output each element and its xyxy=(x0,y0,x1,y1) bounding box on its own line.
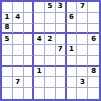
cell-r2c9[interactable] xyxy=(88,13,99,24)
given-digit: 1 xyxy=(37,68,42,75)
sudoku-board: 53714685426711873 xyxy=(0,0,101,101)
given-digit: 1 xyxy=(69,46,74,53)
cell-r3c6[interactable] xyxy=(56,24,67,35)
given-digit: 1 xyxy=(4,14,9,21)
cell-r9c9[interactable] xyxy=(88,88,99,99)
cell-r9c7[interactable] xyxy=(67,88,78,99)
given-digit: 7 xyxy=(80,3,85,10)
cell-r8c8[interactable]: 3 xyxy=(77,77,88,88)
given-digit: 7 xyxy=(15,79,20,86)
cell-r7c7[interactable] xyxy=(67,67,78,78)
given-digit: 4 xyxy=(37,36,42,43)
cell-r1c5[interactable]: 5 xyxy=(45,2,56,13)
cell-r8c7[interactable] xyxy=(67,77,78,88)
cell-r1c9[interactable] xyxy=(88,2,99,13)
cell-r2c5[interactable] xyxy=(45,13,56,24)
cell-r4c5[interactable]: 2 xyxy=(45,34,56,45)
given-digit: 2 xyxy=(48,36,53,43)
cell-r4c1[interactable]: 5 xyxy=(2,34,13,45)
cell-r9c5[interactable] xyxy=(45,88,56,99)
cell-r1c4[interactable] xyxy=(34,2,45,13)
cell-r3c1[interactable]: 8 xyxy=(2,24,13,35)
cell-r6c1[interactable] xyxy=(2,56,13,67)
cell-r4c3[interactable] xyxy=(24,34,35,45)
cell-r5c1[interactable] xyxy=(2,45,13,56)
cell-r7c4[interactable]: 1 xyxy=(34,67,45,78)
cell-r3c8[interactable] xyxy=(77,24,88,35)
cell-r1c8[interactable]: 7 xyxy=(77,2,88,13)
cell-r5c5[interactable] xyxy=(45,45,56,56)
cell-r4c9[interactable]: 6 xyxy=(88,34,99,45)
cell-r5c3[interactable] xyxy=(24,45,35,56)
cell-r4c2[interactable] xyxy=(13,34,24,45)
cell-r5c2[interactable] xyxy=(13,45,24,56)
cell-r9c8[interactable] xyxy=(77,88,88,99)
cell-r2c4[interactable] xyxy=(34,13,45,24)
cell-r2c1[interactable]: 1 xyxy=(2,13,13,24)
cell-r5c8[interactable] xyxy=(77,45,88,56)
cell-r9c3[interactable] xyxy=(24,88,35,99)
given-digit: 6 xyxy=(91,36,96,43)
cell-r2c3[interactable] xyxy=(24,13,35,24)
cell-r7c6[interactable] xyxy=(56,67,67,78)
cell-r6c2[interactable] xyxy=(13,56,24,67)
given-digit: 5 xyxy=(4,36,9,43)
cell-r1c2[interactable] xyxy=(13,2,24,13)
cell-r7c8[interactable] xyxy=(77,67,88,78)
cell-r6c3[interactable] xyxy=(24,56,35,67)
cell-r8c6[interactable] xyxy=(56,77,67,88)
given-digit: 5 xyxy=(48,3,53,10)
cell-r8c1[interactable] xyxy=(2,77,13,88)
cell-r5c7[interactable]: 1 xyxy=(67,45,78,56)
cell-r3c5[interactable] xyxy=(45,24,56,35)
cell-r8c4[interactable] xyxy=(34,77,45,88)
cell-r8c2[interactable]: 7 xyxy=(13,77,24,88)
cell-r3c7[interactable] xyxy=(67,24,78,35)
cell-r2c7[interactable]: 6 xyxy=(67,13,78,24)
cell-r6c4[interactable] xyxy=(34,56,45,67)
cell-r7c1[interactable] xyxy=(2,67,13,78)
cell-r6c7[interactable] xyxy=(67,56,78,67)
cell-r3c2[interactable] xyxy=(13,24,24,35)
given-digit: 6 xyxy=(69,14,74,21)
cell-r2c6[interactable] xyxy=(56,13,67,24)
cell-r6c8[interactable] xyxy=(77,56,88,67)
given-digit: 7 xyxy=(58,46,63,53)
cell-r1c6[interactable]: 3 xyxy=(56,2,67,13)
given-digit: 8 xyxy=(91,68,96,75)
cell-r5c6[interactable]: 7 xyxy=(56,45,67,56)
cell-r7c2[interactable] xyxy=(13,67,24,78)
cell-r5c4[interactable] xyxy=(34,45,45,56)
cell-r9c6[interactable] xyxy=(56,88,67,99)
cell-r9c2[interactable] xyxy=(13,88,24,99)
cell-r1c7[interactable] xyxy=(67,2,78,13)
given-digit: 3 xyxy=(58,3,63,10)
given-digit: 3 xyxy=(80,79,85,86)
cell-r3c3[interactable] xyxy=(24,24,35,35)
cell-r4c8[interactable] xyxy=(77,34,88,45)
cell-r8c3[interactable] xyxy=(24,77,35,88)
cell-r6c6[interactable] xyxy=(56,56,67,67)
cell-r9c1[interactable] xyxy=(2,88,13,99)
cell-r8c9[interactable] xyxy=(88,77,99,88)
cell-r1c1[interactable] xyxy=(2,2,13,13)
cell-r4c4[interactable]: 4 xyxy=(34,34,45,45)
cell-r1c3[interactable] xyxy=(24,2,35,13)
cell-r6c9[interactable] xyxy=(88,56,99,67)
cell-r3c4[interactable] xyxy=(34,24,45,35)
cell-r2c2[interactable]: 4 xyxy=(13,13,24,24)
cell-r5c9[interactable] xyxy=(88,45,99,56)
given-digit: 8 xyxy=(4,24,9,31)
cell-r7c9[interactable]: 8 xyxy=(88,67,99,78)
cell-r3c9[interactable] xyxy=(88,24,99,35)
cell-r4c6[interactable] xyxy=(56,34,67,45)
cell-r2c8[interactable] xyxy=(77,13,88,24)
given-digit: 4 xyxy=(15,14,20,21)
cell-r8c5[interactable] xyxy=(45,77,56,88)
cell-r7c5[interactable] xyxy=(45,67,56,78)
cell-r4c7[interactable] xyxy=(67,34,78,45)
cell-r6c5[interactable] xyxy=(45,56,56,67)
cell-r7c3[interactable] xyxy=(24,67,35,78)
cell-r9c4[interactable] xyxy=(34,88,45,99)
